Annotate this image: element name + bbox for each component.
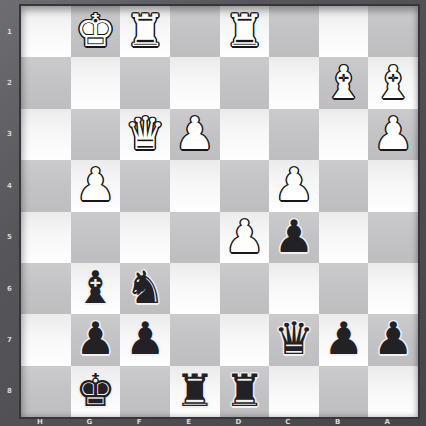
square-d2[interactable] (220, 57, 270, 108)
black-knight[interactable]: ♞ (125, 265, 165, 310)
square-c3[interactable] (269, 109, 319, 160)
square-f2[interactable] (120, 57, 170, 108)
square-d7[interactable] (220, 314, 270, 365)
rank-label-1: 1 (0, 6, 19, 57)
chess-board-frame: ♚♜♜♝♝♛♟♟♟♟♟♟♝♞♟♟♛♟♟♚♜♜ 12345678 HGFEDCBA (0, 0, 426, 426)
square-h5[interactable] (21, 212, 71, 263)
square-f5[interactable] (120, 212, 170, 263)
square-a3[interactable]: ♟ (368, 109, 418, 160)
rank-label-8: 8 (0, 366, 19, 417)
square-e5[interactable] (170, 212, 220, 263)
square-a2[interactable]: ♝ (368, 57, 418, 108)
square-g1[interactable]: ♚ (71, 6, 121, 57)
rank-label-4: 4 (0, 160, 19, 211)
black-queen[interactable]: ♛ (274, 316, 314, 361)
file-label-b: B (313, 419, 363, 426)
square-d4[interactable] (220, 160, 270, 211)
square-a5[interactable] (368, 212, 418, 263)
square-g3[interactable] (71, 109, 121, 160)
square-a6[interactable] (368, 263, 418, 314)
square-a8[interactable] (368, 366, 418, 417)
file-label-d: D (214, 419, 264, 426)
black-pawn[interactable]: ♟ (274, 214, 314, 259)
square-f7[interactable]: ♟ (120, 314, 170, 365)
file-label-c: C (263, 419, 313, 426)
square-h8[interactable] (21, 366, 71, 417)
file-label-g: G (65, 419, 115, 426)
square-b7[interactable]: ♟ (319, 314, 369, 365)
square-f8[interactable] (120, 366, 170, 417)
white-pawn[interactable]: ♟ (75, 162, 115, 207)
rank-label-2: 2 (0, 57, 19, 108)
square-e1[interactable] (170, 6, 220, 57)
black-bishop[interactable]: ♝ (75, 265, 115, 310)
square-e2[interactable] (170, 57, 220, 108)
square-h3[interactable] (21, 109, 71, 160)
square-c8[interactable] (269, 366, 319, 417)
black-rook[interactable]: ♜ (175, 368, 215, 413)
square-g4[interactable]: ♟ (71, 160, 121, 211)
rank-label-7: 7 (0, 314, 19, 365)
square-h6[interactable] (21, 263, 71, 314)
square-h1[interactable] (21, 6, 71, 57)
square-a4[interactable] (368, 160, 418, 211)
white-bishop[interactable]: ♝ (323, 60, 363, 105)
white-queen[interactable]: ♛ (125, 111, 165, 156)
file-label-h: H (15, 419, 65, 426)
square-e3[interactable]: ♟ (170, 109, 220, 160)
square-b5[interactable] (319, 212, 369, 263)
file-label-f: F (114, 419, 164, 426)
white-pawn[interactable]: ♟ (175, 111, 215, 156)
square-d8[interactable]: ♜ (220, 366, 270, 417)
black-king[interactable]: ♚ (75, 368, 115, 413)
square-b4[interactable] (319, 160, 369, 211)
square-b8[interactable] (319, 366, 369, 417)
white-rook[interactable]: ♜ (224, 8, 264, 53)
rank-label-6: 6 (0, 263, 19, 314)
square-c2[interactable] (269, 57, 319, 108)
board: ♚♜♜♝♝♛♟♟♟♟♟♟♝♞♟♟♛♟♟♚♜♜ (19, 4, 420, 419)
square-b6[interactable] (319, 263, 369, 314)
black-pawn[interactable]: ♟ (75, 316, 115, 361)
white-pawn[interactable]: ♟ (224, 214, 264, 259)
square-b2[interactable]: ♝ (319, 57, 369, 108)
black-pawn[interactable]: ♟ (125, 316, 165, 361)
square-c5[interactable]: ♟ (269, 212, 319, 263)
square-d1[interactable]: ♜ (220, 6, 270, 57)
square-g5[interactable] (71, 212, 121, 263)
black-pawn[interactable]: ♟ (373, 316, 413, 361)
square-g6[interactable]: ♝ (71, 263, 121, 314)
rank-label-3: 3 (0, 109, 19, 160)
square-d6[interactable] (220, 263, 270, 314)
square-h7[interactable] (21, 314, 71, 365)
square-h4[interactable] (21, 160, 71, 211)
white-pawn[interactable]: ♟ (373, 111, 413, 156)
black-rook[interactable]: ♜ (224, 368, 264, 413)
black-pawn[interactable]: ♟ (323, 316, 363, 361)
square-c7[interactable]: ♛ (269, 314, 319, 365)
square-d5[interactable]: ♟ (220, 212, 270, 263)
square-b3[interactable] (319, 109, 369, 160)
square-f3[interactable]: ♛ (120, 109, 170, 160)
file-label-e: E (164, 419, 214, 426)
square-e6[interactable] (170, 263, 220, 314)
square-c6[interactable] (269, 263, 319, 314)
square-c1[interactable] (269, 6, 319, 57)
square-h2[interactable] (21, 57, 71, 108)
white-rook[interactable]: ♜ (125, 8, 165, 53)
square-f4[interactable] (120, 160, 170, 211)
white-bishop[interactable]: ♝ (373, 60, 413, 105)
square-c4[interactable]: ♟ (269, 160, 319, 211)
square-f1[interactable]: ♜ (120, 6, 170, 57)
rank-labels: 12345678 (0, 6, 19, 417)
square-g8[interactable]: ♚ (71, 366, 121, 417)
white-pawn[interactable]: ♟ (274, 162, 314, 207)
rank-label-5: 5 (0, 212, 19, 263)
square-e8[interactable]: ♜ (170, 366, 220, 417)
square-g2[interactable] (71, 57, 121, 108)
square-a7[interactable]: ♟ (368, 314, 418, 365)
square-d3[interactable] (220, 109, 270, 160)
square-e7[interactable] (170, 314, 220, 365)
file-labels: HGFEDCBA (21, 419, 418, 426)
square-a1[interactable] (368, 6, 418, 57)
square-g7[interactable]: ♟ (71, 314, 121, 365)
file-label-a: A (362, 419, 412, 426)
square-b1[interactable] (319, 6, 369, 57)
square-f6[interactable]: ♞ (120, 263, 170, 314)
square-e4[interactable] (170, 160, 220, 211)
white-king[interactable]: ♚ (75, 8, 115, 53)
